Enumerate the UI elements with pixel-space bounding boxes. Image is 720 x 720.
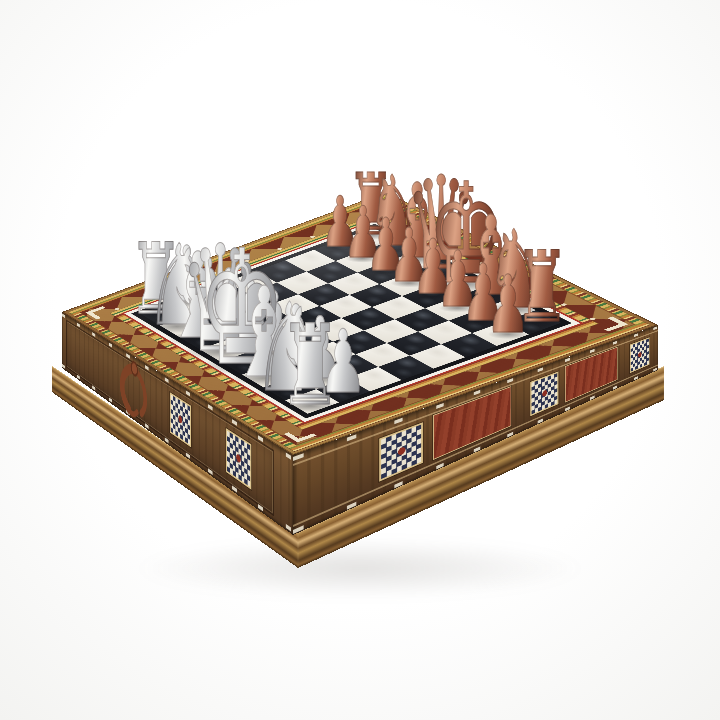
product-photo: ♜♞♝♛♚♝♞♜♟♟♟♟♟♟♟♟♟♟♟♟♟♟♟♟♜♞♝♛♚♝♞♜ [0, 0, 720, 720]
inlay-checker-motif [630, 337, 650, 373]
